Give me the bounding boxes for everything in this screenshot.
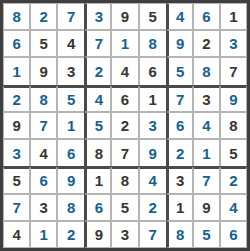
cell-r1c1[interactable]: 8 — [3, 3, 30, 30]
cell-r6c7[interactable]: 2 — [166, 139, 193, 166]
cell-r2c5[interactable]: 1 — [111, 30, 138, 57]
cell-r9c7[interactable]: 8 — [166, 221, 193, 248]
cell-r1c9[interactable]: 1 — [220, 3, 247, 30]
cell-r7c7[interactable]: 3 — [166, 166, 193, 193]
cell-r9c8[interactable]: 5 — [193, 221, 220, 248]
cell-r4c3[interactable]: 5 — [57, 85, 84, 112]
cell-r6c6[interactable]: 9 — [139, 139, 166, 166]
cell-r7c8[interactable]: 7 — [193, 166, 220, 193]
cell-r1c4[interactable]: 3 — [84, 3, 111, 30]
cell-r5c3[interactable]: 1 — [57, 112, 84, 139]
cell-r6c4[interactable]: 8 — [84, 139, 111, 166]
cell-r5c5[interactable]: 2 — [111, 112, 138, 139]
cell-r9c4[interactable]: 9 — [84, 221, 111, 248]
cell-r5c2[interactable]: 7 — [30, 112, 57, 139]
cell-r4c5[interactable]: 6 — [111, 85, 138, 112]
cell-r6c8[interactable]: 1 — [193, 139, 220, 166]
cell-r9c2[interactable]: 1 — [30, 221, 57, 248]
cell-r2c3[interactable]: 4 — [57, 30, 84, 57]
cell-r5c6[interactable]: 3 — [139, 112, 166, 139]
cell-r4c9[interactable]: 9 — [220, 85, 247, 112]
cell-r2c7[interactable]: 9 — [166, 30, 193, 57]
cell-r9c9[interactable]: 6 — [220, 221, 247, 248]
cell-r8c1[interactable]: 7 — [3, 194, 30, 221]
cell-r7c3[interactable]: 9 — [57, 166, 84, 193]
cell-r5c4[interactable]: 5 — [84, 112, 111, 139]
cell-r7c2[interactable]: 6 — [30, 166, 57, 193]
cell-r4c2[interactable]: 8 — [30, 85, 57, 112]
cell-r4c4[interactable]: 4 — [84, 85, 111, 112]
cell-r3c8[interactable]: 8 — [193, 57, 220, 84]
cell-r2c9[interactable]: 3 — [220, 30, 247, 57]
cell-r3c7[interactable]: 5 — [166, 57, 193, 84]
cell-r7c9[interactable]: 2 — [220, 166, 247, 193]
cell-r9c1[interactable]: 4 — [3, 221, 30, 248]
cell-r1c6[interactable]: 5 — [139, 3, 166, 30]
cell-r7c5[interactable]: 8 — [111, 166, 138, 193]
cell-r8c2[interactable]: 3 — [30, 194, 57, 221]
cell-r6c3[interactable]: 6 — [57, 139, 84, 166]
cell-r6c5[interactable]: 7 — [111, 139, 138, 166]
cell-r4c1[interactable]: 2 — [3, 85, 30, 112]
cell-r7c4[interactable]: 1 — [84, 166, 111, 193]
cell-r1c5[interactable]: 9 — [111, 3, 138, 30]
cell-r2c6[interactable]: 8 — [139, 30, 166, 57]
cell-r8c6[interactable]: 2 — [139, 194, 166, 221]
cell-r1c2[interactable]: 2 — [30, 3, 57, 30]
cell-r9c3[interactable]: 2 — [57, 221, 84, 248]
cell-r3c1[interactable]: 1 — [3, 57, 30, 84]
cell-r6c9[interactable]: 5 — [220, 139, 247, 166]
cell-r5c7[interactable]: 6 — [166, 112, 193, 139]
cell-r9c5[interactable]: 3 — [111, 221, 138, 248]
cell-r4c8[interactable]: 3 — [193, 85, 220, 112]
cell-r1c8[interactable]: 6 — [193, 3, 220, 30]
cell-r1c3[interactable]: 7 — [57, 3, 84, 30]
cell-r4c7[interactable]: 7 — [166, 85, 193, 112]
cell-r2c1[interactable]: 6 — [3, 30, 30, 57]
cell-r3c2[interactable]: 9 — [30, 57, 57, 84]
cell-r4c6[interactable]: 1 — [139, 85, 166, 112]
sudoku-board: 8273954616547189231932465872854617399715… — [0, 0, 250, 251]
cell-r5c8[interactable]: 4 — [193, 112, 220, 139]
cell-r3c5[interactable]: 4 — [111, 57, 138, 84]
cell-r8c5[interactable]: 5 — [111, 194, 138, 221]
cell-r2c8[interactable]: 2 — [193, 30, 220, 57]
cell-r1c7[interactable]: 4 — [166, 3, 193, 30]
cell-r8c4[interactable]: 6 — [84, 194, 111, 221]
cell-r8c7[interactable]: 1 — [166, 194, 193, 221]
cell-r2c4[interactable]: 7 — [84, 30, 111, 57]
cell-r7c1[interactable]: 5 — [3, 166, 30, 193]
cell-r8c3[interactable]: 8 — [57, 194, 84, 221]
cell-r2c2[interactable]: 5 — [30, 30, 57, 57]
cell-r5c1[interactable]: 9 — [3, 112, 30, 139]
cell-r7c6[interactable]: 4 — [139, 166, 166, 193]
cell-r3c3[interactable]: 3 — [57, 57, 84, 84]
cell-r5c9[interactable]: 8 — [220, 112, 247, 139]
cell-r8c8[interactable]: 9 — [193, 194, 220, 221]
cell-r3c9[interactable]: 7 — [220, 57, 247, 84]
cell-r3c4[interactable]: 2 — [84, 57, 111, 84]
cell-r6c2[interactable]: 4 — [30, 139, 57, 166]
cell-r9c6[interactable]: 7 — [139, 221, 166, 248]
cell-r8c9[interactable]: 4 — [220, 194, 247, 221]
cell-r6c1[interactable]: 3 — [3, 139, 30, 166]
cell-r3c6[interactable]: 6 — [139, 57, 166, 84]
